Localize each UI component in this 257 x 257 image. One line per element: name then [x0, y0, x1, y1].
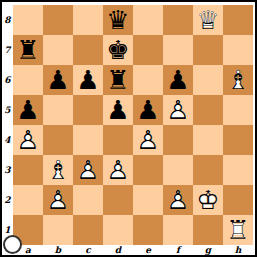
file-label-c: c — [73, 245, 103, 255]
square-a6[interactable] — [13, 65, 43, 95]
square-f7[interactable] — [163, 35, 193, 65]
square-d2[interactable] — [103, 185, 133, 215]
square-h8[interactable] — [223, 5, 253, 35]
square-h7[interactable] — [223, 35, 253, 65]
white-piece-outline: ♙ — [43, 185, 73, 215]
square-a2[interactable] — [13, 185, 43, 215]
square-f6[interactable]: ♟ — [163, 65, 193, 95]
square-a4[interactable]: ♟♙ — [13, 125, 43, 155]
white-pawn-icon: ♟♙ — [43, 185, 73, 215]
square-h1[interactable]: ♜♖ — [223, 215, 253, 245]
file-label-e: e — [133, 245, 163, 255]
square-a5[interactable]: ♟ — [13, 95, 43, 125]
square-g1[interactable] — [193, 215, 223, 245]
square-b7[interactable] — [43, 35, 73, 65]
white-pawn-icon: ♟♙ — [163, 95, 193, 125]
square-f1[interactable] — [163, 215, 193, 245]
black-pawn-icon: ♟ — [163, 65, 193, 95]
square-e4[interactable]: ♟♙ — [133, 125, 163, 155]
square-d1[interactable] — [103, 215, 133, 245]
rank-label-3: 3 — [2, 155, 13, 185]
square-c8[interactable] — [73, 5, 103, 35]
square-d8[interactable]: ♛ — [103, 5, 133, 35]
square-h4[interactable] — [223, 125, 253, 155]
white-piece-outline: ♙ — [13, 125, 43, 155]
square-h2[interactable] — [223, 185, 253, 215]
white-bishop-icon: ♝♗ — [223, 65, 253, 95]
square-g6[interactable] — [193, 65, 223, 95]
square-b3[interactable]: ♝♗ — [43, 155, 73, 185]
square-a8[interactable] — [13, 5, 43, 35]
square-b6[interactable]: ♟ — [43, 65, 73, 95]
white-queen-icon: ♛♕ — [193, 5, 223, 35]
square-a7[interactable]: ♜ — [13, 35, 43, 65]
white-pawn-icon: ♟♙ — [73, 155, 103, 185]
white-piece-outline: ♙ — [103, 155, 133, 185]
white-piece-outline: ♙ — [163, 95, 193, 125]
white-piece-outline: ♙ — [163, 185, 193, 215]
square-a3[interactable] — [13, 155, 43, 185]
square-e2[interactable] — [133, 185, 163, 215]
white-pawn-icon: ♟♙ — [133, 125, 163, 155]
square-g4[interactable] — [193, 125, 223, 155]
square-g7[interactable] — [193, 35, 223, 65]
rank-label-6: 6 — [2, 65, 13, 95]
file-label-g: g — [193, 245, 223, 255]
square-f5[interactable]: ♟♙ — [163, 95, 193, 125]
file-label-b: b — [43, 245, 73, 255]
square-g3[interactable] — [193, 155, 223, 185]
square-d5[interactable]: ♟ — [103, 95, 133, 125]
square-e1[interactable] — [133, 215, 163, 245]
black-pawn-icon: ♟ — [43, 65, 73, 95]
square-h6[interactable]: ♝♗ — [223, 65, 253, 95]
white-piece-outline: ♗ — [43, 155, 73, 185]
black-pawn-icon: ♟ — [13, 95, 43, 125]
square-d4[interactable] — [103, 125, 133, 155]
chess-diagram: 87654321 ♛♛♕♜♚♟♟♜♟♝♗♟♟♟♟♙♟♙♟♙♝♗♟♙♟♙♟♙♟♙♚… — [0, 0, 257, 257]
square-d7[interactable]: ♚ — [103, 35, 133, 65]
square-b4[interactable] — [43, 125, 73, 155]
square-f8[interactable] — [163, 5, 193, 35]
square-c4[interactable] — [73, 125, 103, 155]
black-pawn-icon: ♟ — [73, 65, 103, 95]
black-queen-icon: ♛ — [103, 5, 133, 35]
square-e8[interactable] — [133, 5, 163, 35]
square-e3[interactable] — [133, 155, 163, 185]
square-b2[interactable]: ♟♙ — [43, 185, 73, 215]
square-g5[interactable] — [193, 95, 223, 125]
white-piece-outline: ♙ — [73, 155, 103, 185]
rank-label-5: 5 — [2, 95, 13, 125]
white-piece-outline: ♗ — [223, 65, 253, 95]
square-f4[interactable] — [163, 125, 193, 155]
square-h5[interactable] — [223, 95, 253, 125]
square-b8[interactable] — [43, 5, 73, 35]
white-king-icon: ♚♔ — [193, 185, 223, 215]
white-pawn-icon: ♟♙ — [103, 155, 133, 185]
rank-label-7: 7 — [2, 35, 13, 65]
black-pawn-icon: ♟ — [103, 95, 133, 125]
square-g8[interactable]: ♛♕ — [193, 5, 223, 35]
square-e6[interactable] — [133, 65, 163, 95]
white-bishop-icon: ♝♗ — [43, 155, 73, 185]
square-c1[interactable] — [73, 215, 103, 245]
white-rook-icon: ♜♖ — [223, 215, 253, 245]
black-rook-icon: ♜ — [13, 35, 43, 65]
square-f3[interactable] — [163, 155, 193, 185]
square-c2[interactable] — [73, 185, 103, 215]
white-piece-outline: ♖ — [223, 215, 253, 245]
white-pawn-icon: ♟♙ — [13, 125, 43, 155]
square-c7[interactable] — [73, 35, 103, 65]
square-b5[interactable] — [43, 95, 73, 125]
white-piece-outline: ♙ — [133, 125, 163, 155]
square-c3[interactable]: ♟♙ — [73, 155, 103, 185]
square-d3[interactable]: ♟♙ — [103, 155, 133, 185]
black-pawn-icon: ♟ — [133, 95, 163, 125]
square-b1[interactable] — [43, 215, 73, 245]
white-to-move-indicator — [3, 235, 22, 254]
file-label-f: f — [163, 245, 193, 255]
square-d6[interactable]: ♜ — [103, 65, 133, 95]
square-f2[interactable]: ♟♙ — [163, 185, 193, 215]
square-c5[interactable] — [73, 95, 103, 125]
file-labels: abcdefgh — [13, 245, 253, 255]
chess-board[interactable]: ♛♛♕♜♚♟♟♜♟♝♗♟♟♟♟♙♟♙♟♙♝♗♟♙♟♙♟♙♟♙♚♔♜♖ — [13, 5, 253, 245]
rank-label-4: 4 — [2, 125, 13, 155]
square-c6[interactable]: ♟ — [73, 65, 103, 95]
square-e7[interactable] — [133, 35, 163, 65]
square-e5[interactable]: ♟ — [133, 95, 163, 125]
square-h3[interactable] — [223, 155, 253, 185]
file-label-d: d — [103, 245, 133, 255]
black-rook-icon: ♜ — [103, 65, 133, 95]
file-label-h: h — [223, 245, 253, 255]
white-pawn-icon: ♟♙ — [163, 185, 193, 215]
rank-label-8: 8 — [2, 5, 13, 35]
rank-label-2: 2 — [2, 185, 13, 215]
black-king-icon: ♚ — [103, 35, 133, 65]
rank-labels: 87654321 — [2, 5, 13, 245]
white-piece-outline: ♔ — [193, 185, 223, 215]
white-piece-outline: ♕ — [193, 5, 223, 35]
square-g2[interactable]: ♚♔ — [193, 185, 223, 215]
